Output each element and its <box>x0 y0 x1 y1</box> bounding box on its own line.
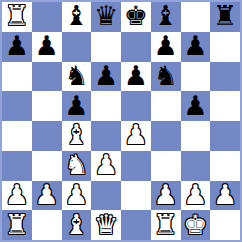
square-f1[interactable]: ♜ <box>151 210 181 240</box>
square-f6[interactable]: ♞ <box>151 62 181 92</box>
square-c1[interactable]: ♝ <box>62 210 92 240</box>
square-b6[interactable] <box>32 62 62 92</box>
black-pawn[interactable]: ♟ <box>5 32 29 59</box>
square-c5[interactable]: ♟ <box>62 91 92 121</box>
white-pawn[interactable]: ♟ <box>64 181 88 208</box>
white-rook[interactable]: ♜ <box>154 211 178 238</box>
square-d5[interactable] <box>91 91 121 121</box>
black-rook[interactable]: ♜ <box>213 2 237 29</box>
square-g1[interactable]: ♚ <box>181 210 211 240</box>
square-b7[interactable]: ♟ <box>32 32 62 62</box>
square-d4[interactable] <box>91 121 121 151</box>
square-b1[interactable] <box>32 210 62 240</box>
square-d3[interactable]: ♟ <box>91 151 121 181</box>
square-e5[interactable] <box>121 91 151 121</box>
square-b4[interactable] <box>32 121 62 151</box>
square-c4[interactable]: ♝ <box>62 121 92 151</box>
square-g7[interactable]: ♟ <box>181 32 211 62</box>
black-pawn[interactable]: ♟ <box>124 62 148 89</box>
square-g5[interactable]: ♟ <box>181 91 211 121</box>
black-pawn[interactable]: ♟ <box>94 62 118 89</box>
square-c6[interactable]: ♞ <box>62 62 92 92</box>
black-bishop[interactable]: ♝ <box>64 2 88 29</box>
square-h1[interactable] <box>210 210 240 240</box>
square-a4[interactable] <box>2 121 32 151</box>
square-c3[interactable]: ♞ <box>62 151 92 181</box>
square-g2[interactable]: ♟ <box>181 181 211 211</box>
square-e1[interactable] <box>121 210 151 240</box>
square-c8[interactable]: ♝ <box>62 2 92 32</box>
square-b5[interactable] <box>32 91 62 121</box>
square-f7[interactable]: ♟ <box>151 32 181 62</box>
square-a2[interactable]: ♟ <box>2 181 32 211</box>
black-knight[interactable]: ♞ <box>154 62 178 89</box>
square-f3[interactable] <box>151 151 181 181</box>
black-pawn[interactable]: ♟ <box>154 32 178 59</box>
square-e2[interactable] <box>121 181 151 211</box>
square-h8[interactable]: ♜ <box>210 2 240 32</box>
square-h6[interactable] <box>210 62 240 92</box>
white-pawn[interactable]: ♟ <box>213 181 237 208</box>
square-d7[interactable] <box>91 32 121 62</box>
square-c7[interactable] <box>62 32 92 62</box>
square-h2[interactable]: ♟ <box>210 181 240 211</box>
black-bishop[interactable]: ♝ <box>154 2 178 29</box>
chess-board: ♜♝♛♚♝♜♟♟♟♟♞♟♟♞♟♟♝♟♞♟♟♟♟♟♟♟♜♝♛♜♚ <box>2 2 240 240</box>
square-b8[interactable] <box>32 2 62 32</box>
square-e3[interactable] <box>121 151 151 181</box>
square-h5[interactable] <box>210 91 240 121</box>
square-b2[interactable]: ♟ <box>32 181 62 211</box>
square-h4[interactable] <box>210 121 240 151</box>
square-f2[interactable]: ♟ <box>151 181 181 211</box>
square-h7[interactable] <box>210 32 240 62</box>
square-d8[interactable]: ♛ <box>91 2 121 32</box>
white-queen[interactable]: ♛ <box>94 211 118 238</box>
black-king[interactable]: ♚ <box>124 2 148 29</box>
black-queen[interactable]: ♛ <box>94 2 118 29</box>
square-b3[interactable] <box>32 151 62 181</box>
white-pawn[interactable]: ♟ <box>124 121 148 148</box>
white-pawn[interactable]: ♟ <box>35 181 59 208</box>
black-pawn[interactable]: ♟ <box>183 32 207 59</box>
black-pawn[interactable]: ♟ <box>183 92 207 119</box>
black-pawn[interactable]: ♟ <box>35 32 59 59</box>
board-frame: ♜♝♛♚♝♜♟♟♟♟♞♟♟♞♟♟♝♟♞♟♟♟♟♟♟♟♜♝♛♜♚ <box>0 0 242 242</box>
white-pawn[interactable]: ♟ <box>5 181 29 208</box>
black-pawn[interactable]: ♟ <box>64 92 88 119</box>
square-a5[interactable] <box>2 91 32 121</box>
square-a7[interactable]: ♟ <box>2 32 32 62</box>
square-e4[interactable]: ♟ <box>121 121 151 151</box>
square-e6[interactable]: ♟ <box>121 62 151 92</box>
square-a8[interactable]: ♜ <box>2 2 32 32</box>
square-a1[interactable]: ♜ <box>2 210 32 240</box>
black-knight[interactable]: ♞ <box>64 62 88 89</box>
square-e8[interactable]: ♚ <box>121 2 151 32</box>
square-f4[interactable] <box>151 121 181 151</box>
white-pawn[interactable]: ♟ <box>154 181 178 208</box>
square-d6[interactable]: ♟ <box>91 62 121 92</box>
white-pawn[interactable]: ♟ <box>94 151 118 178</box>
white-rook[interactable]: ♜ <box>5 211 29 238</box>
white-rook[interactable]: ♜ <box>5 2 29 29</box>
white-pawn[interactable]: ♟ <box>183 181 207 208</box>
square-c2[interactable]: ♟ <box>62 181 92 211</box>
square-f5[interactable] <box>151 91 181 121</box>
square-a3[interactable] <box>2 151 32 181</box>
square-f8[interactable]: ♝ <box>151 2 181 32</box>
square-g6[interactable] <box>181 62 211 92</box>
square-h3[interactable] <box>210 151 240 181</box>
white-bishop[interactable]: ♝ <box>64 211 88 238</box>
square-e7[interactable] <box>121 32 151 62</box>
white-bishop[interactable]: ♝ <box>64 121 88 148</box>
square-d1[interactable]: ♛ <box>91 210 121 240</box>
square-d2[interactable] <box>91 181 121 211</box>
white-knight[interactable]: ♞ <box>64 151 88 178</box>
square-g3[interactable] <box>181 151 211 181</box>
square-a6[interactable] <box>2 62 32 92</box>
square-g4[interactable] <box>181 121 211 151</box>
white-king[interactable]: ♚ <box>183 211 207 238</box>
square-g8[interactable] <box>181 2 211 32</box>
